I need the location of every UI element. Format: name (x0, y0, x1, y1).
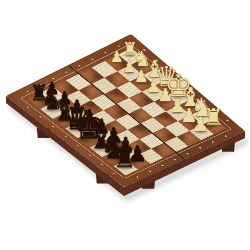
dark-rook: ♜ (113, 145, 137, 171)
chess-pieces: ♜♟♞♟♝♟♛♟♚♟♝♟♞♟♜♟♜♟♞♟♝♟♛♟♚♟♝♟♞♟♜♟ (0, 0, 250, 250)
light-pawn: ♟ (192, 115, 210, 135)
chess-set-product-photo: ♜♟♞♟♝♟♛♟♚♟♝♟♞♟♜♟♜♟♞♟♝♟♛♟♚♟♝♟♞♟♜♟ (0, 0, 250, 250)
